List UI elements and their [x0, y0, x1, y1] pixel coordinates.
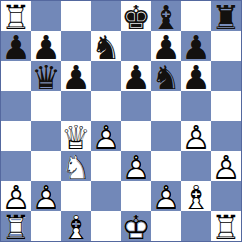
black-piece-glyph: ♚ [121, 2, 151, 32]
white-piece-outline-glyph: ♙ [1, 182, 31, 212]
square-c1[interactable]: ♝♗ [61, 211, 91, 241]
white-piece-outline-glyph: ♖ [211, 212, 241, 242]
black-piece-glyph: ♟ [181, 62, 211, 92]
black-piece-glyph: ♟ [61, 62, 91, 92]
piece-black-pawn[interactable]: ♟ [31, 31, 61, 61]
square-b4[interactable] [31, 121, 61, 151]
piece-white-pawn[interactable]: ♟♙ [211, 151, 241, 181]
square-c2[interactable] [61, 181, 91, 211]
square-c6[interactable]: ♟ [61, 61, 91, 91]
square-a7[interactable]: ♟ [1, 31, 31, 61]
square-e5[interactable] [121, 91, 151, 121]
white-piece-fill-glyph: ♜ [1, 2, 31, 32]
square-f7[interactable]: ♟ [151, 31, 181, 61]
piece-black-rook[interactable]: ♜ [211, 1, 241, 31]
square-e3[interactable]: ♟♙ [121, 151, 151, 181]
square-d3[interactable] [91, 151, 121, 181]
white-piece-fill-glyph: ♝ [181, 182, 211, 212]
square-f8[interactable]: ♝ [151, 1, 181, 31]
white-piece-outline-glyph: ♙ [181, 122, 211, 152]
square-b7[interactable]: ♟ [31, 31, 61, 61]
square-a3[interactable] [1, 151, 31, 181]
square-b5[interactable] [31, 91, 61, 121]
white-piece-outline-glyph: ♘ [61, 152, 91, 182]
white-piece-outline-glyph: ♖ [1, 212, 31, 242]
piece-black-pawn[interactable]: ♟ [121, 61, 151, 91]
square-h1[interactable]: ♜♖ [211, 211, 241, 241]
piece-white-pawn[interactable]: ♟♙ [181, 121, 211, 151]
black-piece-glyph: ♟ [181, 32, 211, 62]
white-piece-outline-glyph: ♙ [91, 122, 121, 152]
white-piece-fill-glyph: ♟ [151, 182, 181, 212]
piece-white-pawn[interactable]: ♟♙ [121, 151, 151, 181]
white-piece-fill-glyph: ♝ [61, 212, 91, 242]
piece-white-rook[interactable]: ♜♖ [1, 1, 31, 31]
square-g7[interactable]: ♟ [181, 31, 211, 61]
piece-black-pawn[interactable]: ♟ [61, 61, 91, 91]
square-b2[interactable]: ♟♙ [31, 181, 61, 211]
piece-black-knight[interactable]: ♞ [151, 61, 181, 91]
square-e7[interactable] [121, 31, 151, 61]
piece-white-rook[interactable]: ♜♖ [211, 211, 241, 241]
square-e4[interactable] [121, 121, 151, 151]
square-d1[interactable] [91, 211, 121, 241]
square-d6[interactable] [91, 61, 121, 91]
square-h5[interactable] [211, 91, 241, 121]
black-piece-glyph: ♟ [151, 32, 181, 62]
piece-black-pawn[interactable]: ♟ [151, 31, 181, 61]
square-g4[interactable]: ♟♙ [181, 121, 211, 151]
square-a2[interactable]: ♟♙ [1, 181, 31, 211]
white-piece-fill-glyph: ♜ [211, 212, 241, 242]
piece-black-king[interactable]: ♚ [121, 1, 151, 31]
square-g6[interactable]: ♟ [181, 61, 211, 91]
white-piece-outline-glyph: ♕ [61, 122, 91, 152]
black-piece-glyph: ♟ [121, 62, 151, 92]
square-a1[interactable]: ♜♖ [1, 211, 31, 241]
white-piece-fill-glyph: ♟ [181, 122, 211, 152]
piece-white-bishop[interactable]: ♝♗ [181, 181, 211, 211]
white-piece-fill-glyph: ♟ [1, 182, 31, 212]
piece-black-pawn[interactable]: ♟ [1, 31, 31, 61]
piece-white-bishop[interactable]: ♝♗ [61, 211, 91, 241]
square-f1[interactable] [151, 211, 181, 241]
white-piece-outline-glyph: ♙ [211, 152, 241, 182]
square-g2[interactable]: ♝♗ [181, 181, 211, 211]
square-c7[interactable] [61, 31, 91, 61]
white-piece-fill-glyph: ♟ [211, 152, 241, 182]
square-d8[interactable] [91, 1, 121, 31]
square-b8[interactable] [31, 1, 61, 31]
white-piece-outline-glyph: ♗ [61, 212, 91, 242]
white-piece-fill-glyph: ♟ [31, 182, 61, 212]
piece-white-pawn[interactable]: ♟♙ [1, 181, 31, 211]
piece-black-bishop[interactable]: ♝ [151, 1, 181, 31]
white-piece-fill-glyph: ♛ [61, 122, 91, 152]
piece-black-pawn[interactable]: ♟ [181, 31, 211, 61]
black-piece-glyph: ♟ [1, 32, 31, 62]
square-b1[interactable] [31, 211, 61, 241]
square-f4[interactable] [151, 121, 181, 151]
square-d2[interactable] [91, 181, 121, 211]
white-piece-fill-glyph: ♚ [121, 212, 151, 242]
piece-white-knight[interactable]: ♞♘ [61, 151, 91, 181]
square-c3[interactable]: ♞♘ [61, 151, 91, 181]
square-h3[interactable]: ♟♙ [211, 151, 241, 181]
piece-black-knight[interactable]: ♞ [91, 31, 121, 61]
square-f5[interactable] [151, 91, 181, 121]
square-d7[interactable]: ♞ [91, 31, 121, 61]
black-piece-glyph: ♟ [31, 32, 61, 62]
square-c5[interactable] [61, 91, 91, 121]
square-h8[interactable]: ♜ [211, 1, 241, 31]
square-g8[interactable] [181, 1, 211, 31]
black-piece-glyph: ♞ [151, 62, 181, 92]
square-a6[interactable] [1, 61, 31, 91]
square-f2[interactable]: ♟♙ [151, 181, 181, 211]
white-piece-outline-glyph: ♖ [1, 2, 31, 32]
white-piece-fill-glyph: ♞ [61, 152, 91, 182]
piece-white-rook[interactable]: ♜♖ [1, 211, 31, 241]
piece-white-queen[interactable]: ♛♕ [61, 121, 91, 151]
white-piece-fill-glyph: ♟ [91, 122, 121, 152]
white-piece-outline-glyph: ♙ [151, 182, 181, 212]
piece-white-pawn[interactable]: ♟♙ [151, 181, 181, 211]
square-h4[interactable] [211, 121, 241, 151]
square-g1[interactable] [181, 211, 211, 241]
square-a5[interactable] [1, 91, 31, 121]
piece-white-king[interactable]: ♚♔ [121, 211, 151, 241]
square-a8[interactable]: ♜♖ [1, 1, 31, 31]
square-b3[interactable] [31, 151, 61, 181]
black-piece-glyph: ♞ [91, 32, 121, 62]
square-h7[interactable] [211, 31, 241, 61]
piece-black-queen[interactable]: ♛ [31, 61, 61, 91]
square-b6[interactable]: ♛ [31, 61, 61, 91]
chess-board: ♜♖♚♝♜♟♟♞♟♟♛♟♟♞♟♛♕♟♙♟♙♞♘♟♙♟♙♟♙♟♙♟♙♝♗♜♖♝♗♚… [0, 0, 242, 242]
piece-black-pawn[interactable]: ♟ [181, 61, 211, 91]
square-e1[interactable]: ♚♔ [121, 211, 151, 241]
square-c8[interactable] [61, 1, 91, 31]
square-f3[interactable] [151, 151, 181, 181]
white-piece-fill-glyph: ♜ [1, 212, 31, 242]
square-a4[interactable] [1, 121, 31, 151]
white-piece-outline-glyph: ♙ [121, 152, 151, 182]
black-piece-glyph: ♛ [31, 62, 61, 92]
piece-white-pawn[interactable]: ♟♙ [91, 121, 121, 151]
square-h2[interactable] [211, 181, 241, 211]
white-piece-fill-glyph: ♟ [121, 152, 151, 182]
square-d5[interactable] [91, 91, 121, 121]
square-e8[interactable]: ♚ [121, 1, 151, 31]
square-c4[interactable]: ♛♕ [61, 121, 91, 151]
white-piece-outline-glyph: ♗ [181, 182, 211, 212]
black-piece-glyph: ♜ [211, 2, 241, 32]
white-piece-outline-glyph: ♔ [121, 212, 151, 242]
square-g3[interactable] [181, 151, 211, 181]
square-h6[interactable] [211, 61, 241, 91]
square-e2[interactable] [121, 181, 151, 211]
square-e6[interactable]: ♟ [121, 61, 151, 91]
piece-white-pawn[interactable]: ♟♙ [31, 181, 61, 211]
square-f6[interactable]: ♞ [151, 61, 181, 91]
white-piece-outline-glyph: ♙ [31, 182, 61, 212]
square-d4[interactable]: ♟♙ [91, 121, 121, 151]
square-g5[interactable] [181, 91, 211, 121]
black-piece-glyph: ♝ [151, 2, 181, 32]
